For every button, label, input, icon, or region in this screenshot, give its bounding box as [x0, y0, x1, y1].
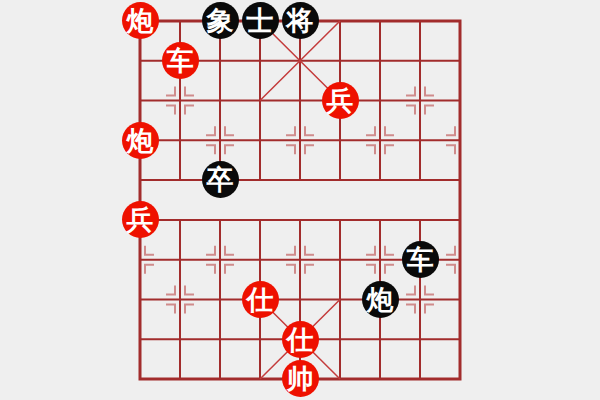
piece-red-cannon[interactable]: 炮 [122, 122, 159, 159]
xiangqi-board[interactable]: 炮象士将车兵炮卒兵车仕炮仕帅 [120, 1, 480, 399]
piece-red-advisor[interactable]: 仕 [282, 321, 319, 358]
piece-black-advisor[interactable]: 士 [242, 2, 279, 39]
piece-red-chariot[interactable]: 车 [162, 42, 199, 79]
pieces-layer: 炮象士将车兵炮卒兵车仕炮仕帅 [120, 1, 480, 399]
xiangqi-diagram: 炮象士将车兵炮卒兵车仕炮仕帅 [0, 0, 600, 400]
piece-red-general[interactable]: 帅 [282, 360, 319, 397]
piece-red-soldier[interactable]: 兵 [122, 201, 159, 238]
piece-black-general[interactable]: 将 [282, 2, 319, 39]
piece-red-cannon[interactable]: 炮 [122, 2, 159, 39]
piece-black-pawn[interactable]: 卒 [202, 161, 239, 198]
piece-red-advisor[interactable]: 仕 [242, 281, 279, 318]
piece-black-chariot[interactable]: 车 [402, 241, 439, 278]
piece-black-elephant[interactable]: 象 [202, 2, 239, 39]
piece-black-cannon[interactable]: 炮 [362, 281, 399, 318]
piece-red-soldier[interactable]: 兵 [322, 82, 359, 119]
